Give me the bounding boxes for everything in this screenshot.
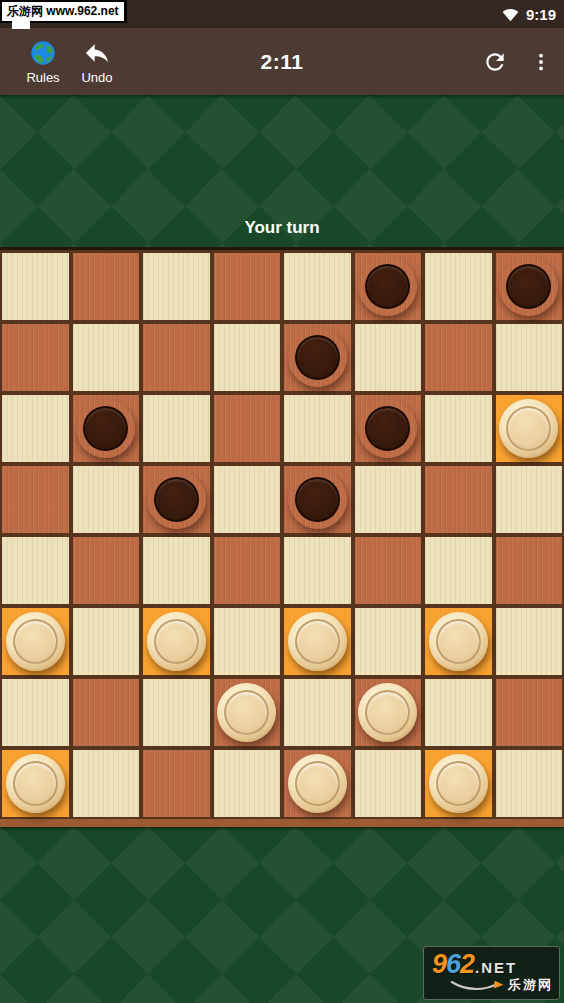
square-r8c6	[355, 750, 422, 817]
piece-inner	[436, 619, 481, 664]
piece-inner	[436, 761, 481, 806]
square-r5c2[interactable]	[73, 537, 140, 604]
piece-inner	[224, 690, 269, 735]
square-r3c6[interactable]	[355, 395, 422, 462]
square-r2c4	[214, 324, 281, 391]
square-r4c3[interactable]	[143, 466, 210, 533]
square-r7c6[interactable]	[355, 679, 422, 746]
square-r1c3	[143, 253, 210, 320]
square-r1c6[interactable]	[355, 253, 422, 320]
piece-inner	[154, 477, 199, 522]
square-r1c1	[2, 253, 69, 320]
dark-piece[interactable]	[288, 470, 347, 529]
light-piece[interactable]	[358, 683, 417, 742]
square-r8c4	[214, 750, 281, 817]
square-r3c7	[425, 395, 492, 462]
dark-piece[interactable]	[358, 257, 417, 316]
square-r1c5	[284, 253, 351, 320]
table-background-top: Your turn	[0, 95, 564, 247]
square-r4c4	[214, 466, 281, 533]
square-r8c1[interactable]	[2, 750, 69, 817]
square-r5c3	[143, 537, 210, 604]
square-r6c6	[355, 608, 422, 675]
square-r1c8[interactable]	[496, 253, 563, 320]
square-r8c3[interactable]	[143, 750, 210, 817]
toolbar: Rules Undo 2:11	[0, 28, 564, 95]
square-r8c7[interactable]	[425, 750, 492, 817]
square-r2c8	[496, 324, 563, 391]
square-r3c2[interactable]	[73, 395, 140, 462]
globe-icon	[29, 39, 57, 67]
light-piece[interactable]	[147, 612, 206, 671]
square-r5c4[interactable]	[214, 537, 281, 604]
square-r3c3	[143, 395, 210, 462]
square-r1c7	[425, 253, 492, 320]
light-piece[interactable]	[288, 612, 347, 671]
light-piece[interactable]	[499, 399, 558, 458]
dark-piece[interactable]	[499, 257, 558, 316]
piece-inner	[365, 264, 410, 309]
square-r1c2[interactable]	[73, 253, 140, 320]
piece-inner	[365, 406, 410, 451]
square-r7c7	[425, 679, 492, 746]
square-r6c3[interactable]	[143, 608, 210, 675]
square-r8c2	[73, 750, 140, 817]
light-piece[interactable]	[429, 754, 488, 813]
square-r7c3	[143, 679, 210, 746]
square-r3c4[interactable]	[214, 395, 281, 462]
swoosh-arrow-icon	[450, 979, 506, 992]
watermark-number: 962	[432, 951, 474, 978]
square-r5c6[interactable]	[355, 537, 422, 604]
ad-watermark-tab	[12, 21, 30, 29]
square-r8c8	[496, 750, 563, 817]
piece-inner	[295, 335, 340, 380]
status-clock: 9:19	[526, 6, 556, 23]
square-r5c8[interactable]	[496, 537, 563, 604]
square-r5c7	[425, 537, 492, 604]
ad-watermark-label: 乐游网 www.962.net	[2, 2, 124, 21]
dark-piece[interactable]	[147, 470, 206, 529]
light-piece[interactable]	[429, 612, 488, 671]
square-r7c1	[2, 679, 69, 746]
watermark-net: .NET	[475, 960, 517, 975]
square-r6c1[interactable]	[2, 608, 69, 675]
light-piece[interactable]	[217, 683, 276, 742]
restart-icon[interactable]	[482, 49, 508, 75]
square-r2c7[interactable]	[425, 324, 492, 391]
piece-inner	[506, 406, 551, 451]
square-r4c8	[496, 466, 563, 533]
square-r6c7[interactable]	[425, 608, 492, 675]
square-r7c4[interactable]	[214, 679, 281, 746]
square-r2c5[interactable]	[284, 324, 351, 391]
piece-inner	[83, 406, 128, 451]
light-piece[interactable]	[6, 754, 65, 813]
square-r2c2	[73, 324, 140, 391]
piece-inner	[154, 619, 199, 664]
undo-button[interactable]: Undo	[70, 39, 124, 85]
board	[0, 247, 564, 827]
ad-watermark-tag[interactable]: 乐游网 www.962.net	[0, 0, 127, 23]
undo-label: Undo	[81, 70, 112, 85]
square-r6c2	[73, 608, 140, 675]
square-r8c5[interactable]	[284, 750, 351, 817]
dark-piece[interactable]	[358, 399, 417, 458]
overflow-menu-icon[interactable]	[530, 50, 552, 74]
square-r4c2	[73, 466, 140, 533]
light-piece[interactable]	[288, 754, 347, 813]
piece-inner	[13, 761, 58, 806]
wifi-icon	[502, 7, 519, 22]
square-r7c5	[284, 679, 351, 746]
square-r5c1	[2, 537, 69, 604]
square-r3c8[interactable]	[496, 395, 563, 462]
square-r2c6	[355, 324, 422, 391]
rules-button[interactable]: Rules	[16, 39, 70, 85]
dark-piece[interactable]	[76, 399, 135, 458]
square-r4c1[interactable]	[2, 466, 69, 533]
light-piece[interactable]	[6, 612, 65, 671]
piece-inner	[365, 690, 410, 735]
square-r5c5	[284, 537, 351, 604]
piece-inner	[13, 619, 58, 664]
rules-label: Rules	[26, 70, 59, 85]
undo-arrow-icon	[83, 39, 111, 67]
square-r7c2[interactable]	[73, 679, 140, 746]
square-r2c3[interactable]	[143, 324, 210, 391]
square-r7c8[interactable]	[496, 679, 563, 746]
piece-inner	[295, 761, 340, 806]
site-watermark: 962 .NET 乐游网	[423, 946, 560, 1000]
square-r6c4	[214, 608, 281, 675]
watermark-sitename: 乐游网	[508, 976, 553, 994]
dark-piece[interactable]	[288, 328, 347, 387]
square-r1c4[interactable]	[214, 253, 281, 320]
square-r3c5	[284, 395, 351, 462]
piece-inner	[295, 477, 340, 522]
piece-inner	[295, 619, 340, 664]
square-r2c1[interactable]	[2, 324, 69, 391]
status-bar: 乐游网 www.962.net 9:19	[0, 0, 564, 28]
square-r4c5[interactable]	[284, 466, 351, 533]
square-r6c5[interactable]	[284, 608, 351, 675]
square-r3c1	[2, 395, 69, 462]
square-r4c6	[355, 466, 422, 533]
piece-inner	[506, 264, 551, 309]
turn-indicator: Your turn	[0, 218, 564, 238]
square-r4c7[interactable]	[425, 466, 492, 533]
square-r6c8	[496, 608, 563, 675]
